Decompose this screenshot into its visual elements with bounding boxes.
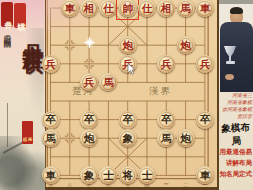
piece-black-炮-f3r8[interactable]: 炮 xyxy=(80,129,98,147)
piece-black-卒-f9r7[interactable]: 卒 xyxy=(196,111,214,129)
piece-red-車-f2r1[interactable]: 車 xyxy=(61,0,79,17)
piece-layer: 車相仕帥仕相馬車炮炮兵兵兵兵兵馬卒卒卒卒卒馬炮象馬炮車象士将士車 xyxy=(41,0,215,185)
credential-line-3: 原河南省象棋 xyxy=(219,106,252,113)
piece-red-兵-f9r4[interactable]: 兵 xyxy=(196,55,214,73)
selected-piece-frame xyxy=(116,0,139,20)
red-seal-stamp-2: 讲棋 xyxy=(14,3,26,28)
piece-red-兵-f1r4[interactable]: 兵 xyxy=(42,55,60,73)
piece-red-馬-f4r5[interactable]: 馬 xyxy=(99,73,117,91)
mouse-cursor xyxy=(127,61,136,79)
piece-red-車-f9r1[interactable]: 車 xyxy=(196,0,214,17)
credential-line-4: 党汉学 xyxy=(219,113,252,120)
red-seal-stamp-1: 丹青 xyxy=(1,2,13,27)
piece-black-象-f3r10[interactable]: 象 xyxy=(80,166,98,184)
piece-black-士-f6r10[interactable]: 士 xyxy=(138,166,156,184)
piece-red-炮-f8r3[interactable]: 炮 xyxy=(177,36,195,54)
series-seal: 布局 精讲 xyxy=(22,121,33,144)
move-sparkle-effect xyxy=(84,37,95,48)
piece-black-車-f9r10[interactable]: 車 xyxy=(196,166,214,184)
piece-black-士-f4r10[interactable]: 士 xyxy=(99,166,117,184)
piece-red-炮-f5r3[interactable]: 炮 xyxy=(119,36,137,54)
presenter-hand xyxy=(225,74,234,80)
piece-red-相-f7r1[interactable]: 相 xyxy=(157,0,175,17)
piece-black-将-f5r10[interactable]: 将 xyxy=(119,166,137,184)
credential-line-2: 河南省象棋 xyxy=(219,99,252,106)
calligraphy-title: 象棋布局 xyxy=(218,121,253,149)
piece-black-馬-f7r8[interactable]: 馬 xyxy=(157,129,175,147)
piece-black-卒-f1r7[interactable]: 卒 xyxy=(42,111,60,129)
left-panel: 丹青 讲棋 丹阳城南秋海阴 丹青讲棋 布局 精讲 xyxy=(0,0,45,190)
right-panel: 河南省三 河南省象棋 原河南省象棋 党汉学 象棋布局 用最通俗易 讲解布局 知名… xyxy=(219,0,253,190)
presenter-photo xyxy=(219,4,253,92)
piece-black-卒-f7r7[interactable]: 卒 xyxy=(157,111,175,129)
xiangqi-board[interactable]: 九八七六五四三二一 楚河 漢界 車相仕帥仕相馬車炮炮兵兵兵兵兵馬卒卒卒卒卒馬炮象… xyxy=(45,0,219,190)
board-frame-bottom xyxy=(45,187,219,190)
piece-black-象-f5r8[interactable]: 象 xyxy=(119,129,137,147)
tagline-block: 用最通俗易 讲解布局 知名局定式 xyxy=(219,146,252,179)
piece-red-兵-f7r4[interactable]: 兵 xyxy=(157,55,175,73)
piece-red-兵-f3r5[interactable]: 兵 xyxy=(80,73,98,91)
piece-black-炮-f8r8[interactable]: 炮 xyxy=(177,129,195,147)
video-frame: 丹青 讲棋 丹阳城南秋海阴 丹青讲棋 布局 精讲 九八七六五四三二一 楚河 漢界… xyxy=(0,0,253,190)
tagline-line-3: 知名局定式 xyxy=(219,168,252,179)
piece-red-仕-f6r1[interactable]: 仕 xyxy=(138,0,156,17)
tagline-line-1: 用最通俗易 xyxy=(219,146,252,157)
side-poem-text: 丹阳城南秋海阴 xyxy=(2,29,12,101)
piece-red-馬-f8r1[interactable]: 馬 xyxy=(177,0,195,17)
piece-black-卒-f5r7[interactable]: 卒 xyxy=(119,111,137,129)
piece-black-卒-f3r7[interactable]: 卒 xyxy=(80,111,98,129)
credential-line-1: 河南省三 xyxy=(219,92,252,99)
piece-red-仕-f4r1[interactable]: 仕 xyxy=(99,0,117,17)
piece-red-帥-f5r1[interactable]: 帥 xyxy=(119,0,137,17)
credentials-block: 河南省三 河南省象棋 原河南省象棋 党汉学 xyxy=(219,92,252,120)
piece-black-車-f1r10[interactable]: 車 xyxy=(42,166,60,184)
piece-red-相-f3r1[interactable]: 相 xyxy=(80,0,98,17)
piece-black-馬-f1r8[interactable]: 馬 xyxy=(42,129,60,147)
tagline-line-2: 讲解布局 xyxy=(219,157,252,168)
poem-divider xyxy=(7,103,8,147)
